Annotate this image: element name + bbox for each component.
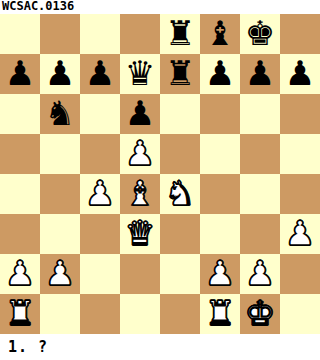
square-f7[interactable]: ♟ [200,54,240,94]
square-c8[interactable] [80,14,120,54]
square-d4[interactable]: ♝ [120,174,160,214]
square-d6[interactable]: ♟ [120,94,160,134]
square-a2[interactable]: ♟ [0,254,40,294]
square-c3[interactable] [80,214,120,254]
square-d3[interactable]: ♛ [120,214,160,254]
square-h6[interactable] [280,94,320,134]
piece-white-rook: ♜ [205,294,235,333]
diagram-footer: 1. ? [0,334,320,360]
square-g8[interactable]: ♚ [240,14,280,54]
square-e2[interactable] [160,254,200,294]
square-f1[interactable]: ♜ [200,294,240,334]
move-prompt: 1. ? [0,338,48,356]
square-g2[interactable]: ♟ [240,254,280,294]
square-g3[interactable] [240,214,280,254]
square-g1[interactable]: ♚ [240,294,280,334]
piece-white-knight: ♞ [165,174,195,213]
square-f8[interactable]: ♝ [200,14,240,54]
square-a8[interactable] [0,14,40,54]
square-c4[interactable]: ♟ [80,174,120,214]
square-d1[interactable] [120,294,160,334]
piece-white-pawn: ♟ [125,134,155,173]
square-c7[interactable]: ♟ [80,54,120,94]
square-f4[interactable] [200,174,240,214]
square-a7[interactable]: ♟ [0,54,40,94]
square-b2[interactable]: ♟ [40,254,80,294]
piece-white-pawn: ♟ [285,214,315,253]
square-g4[interactable] [240,174,280,214]
square-e5[interactable] [160,134,200,174]
square-e4[interactable]: ♞ [160,174,200,214]
square-e8[interactable]: ♜ [160,14,200,54]
square-h3[interactable]: ♟ [280,214,320,254]
square-a6[interactable] [0,94,40,134]
square-h8[interactable] [280,14,320,54]
piece-white-bishop: ♝ [125,174,155,213]
square-d2[interactable] [120,254,160,294]
piece-black-bishop: ♝ [205,14,235,53]
square-d7[interactable]: ♛ [120,54,160,94]
piece-black-rook: ♜ [165,14,195,53]
square-b3[interactable] [40,214,80,254]
square-h2[interactable] [280,254,320,294]
square-d5[interactable]: ♟ [120,134,160,174]
piece-white-pawn: ♟ [45,254,75,293]
square-b7[interactable]: ♟ [40,54,80,94]
square-g7[interactable]: ♟ [240,54,280,94]
square-h7[interactable]: ♟ [280,54,320,94]
piece-black-pawn: ♟ [245,54,275,93]
square-a5[interactable] [0,134,40,174]
square-g5[interactable] [240,134,280,174]
square-e1[interactable] [160,294,200,334]
square-b1[interactable] [40,294,80,334]
square-f2[interactable]: ♟ [200,254,240,294]
piece-white-pawn: ♟ [85,174,115,213]
piece-black-king: ♚ [245,14,275,53]
square-c6[interactable] [80,94,120,134]
square-d8[interactable] [120,14,160,54]
square-f5[interactable] [200,134,240,174]
square-c2[interactable] [80,254,120,294]
square-a4[interactable] [0,174,40,214]
piece-black-pawn: ♟ [5,54,35,93]
chess-board: ♜♝♚♟♟♟♛♜♟♟♟♞♟♟♟♝♞♛♟♟♟♟♟♜♜♚ [0,14,320,334]
square-f3[interactable] [200,214,240,254]
square-h1[interactable] [280,294,320,334]
square-b6[interactable]: ♞ [40,94,80,134]
square-b4[interactable] [40,174,80,214]
square-e3[interactable] [160,214,200,254]
square-b8[interactable] [40,14,80,54]
square-h5[interactable] [280,134,320,174]
piece-white-pawn: ♟ [5,254,35,293]
piece-white-pawn: ♟ [245,254,275,293]
piece-black-pawn: ♟ [285,54,315,93]
piece-white-pawn: ♟ [205,254,235,293]
square-g6[interactable] [240,94,280,134]
square-e6[interactable] [160,94,200,134]
piece-black-knight: ♞ [45,94,75,133]
square-a3[interactable] [0,214,40,254]
piece-white-king: ♚ [245,294,275,333]
square-h4[interactable] [280,174,320,214]
piece-black-pawn: ♟ [125,94,155,133]
piece-white-rook: ♜ [5,294,35,333]
piece-black-rook: ♜ [165,54,195,93]
piece-white-queen: ♛ [125,214,155,253]
piece-black-pawn: ♟ [85,54,115,93]
square-a1[interactable]: ♜ [0,294,40,334]
square-f6[interactable] [200,94,240,134]
diagram-title: WCSAC.0136 [0,0,320,14]
square-e7[interactable]: ♜ [160,54,200,94]
piece-black-queen: ♛ [125,54,155,93]
square-c1[interactable] [80,294,120,334]
square-b5[interactable] [40,134,80,174]
square-c5[interactable] [80,134,120,174]
piece-black-pawn: ♟ [205,54,235,93]
piece-black-pawn: ♟ [45,54,75,93]
